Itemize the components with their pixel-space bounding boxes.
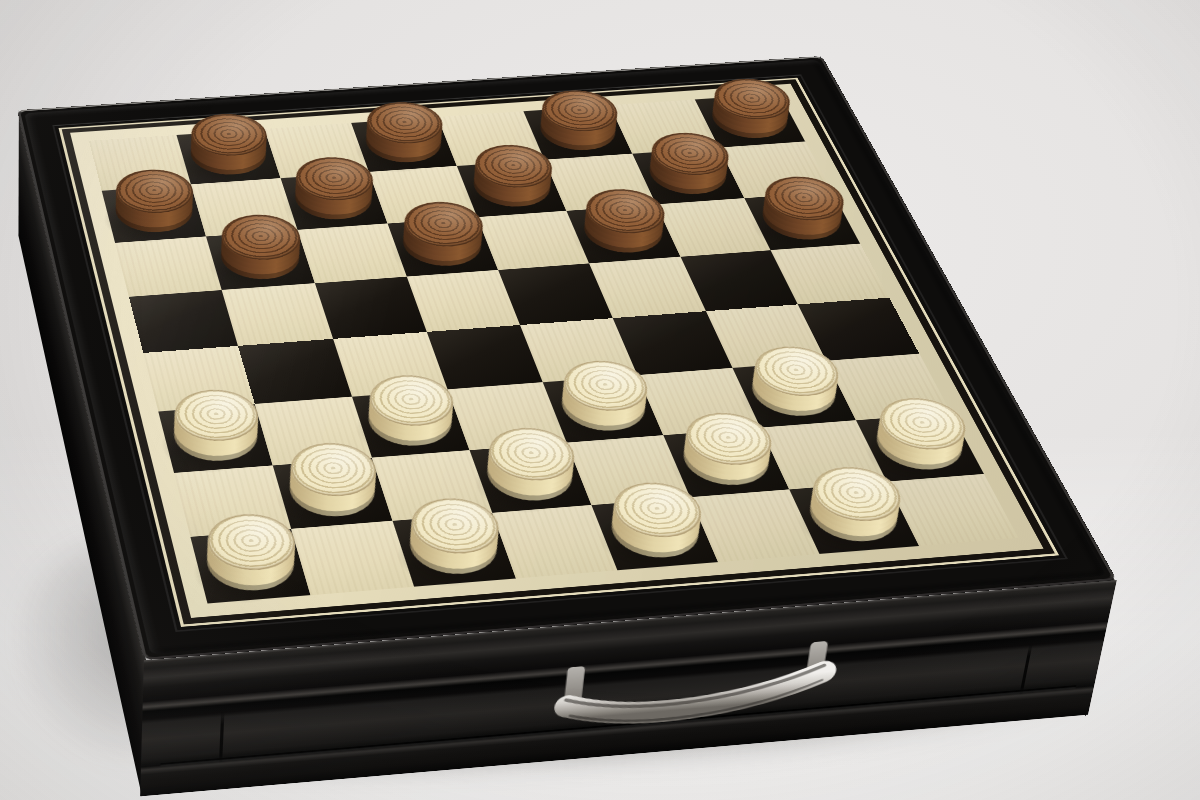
piece-top	[361, 100, 450, 146]
board-square[interactable]	[273, 457, 392, 528]
piece-side	[705, 86, 798, 131]
board-square[interactable]	[102, 185, 206, 243]
board-square[interactable]	[695, 94, 806, 148]
piece-shadow	[625, 154, 736, 210]
board-square[interactable]	[89, 135, 191, 191]
board-square[interactable]	[524, 105, 632, 160]
piece-side	[641, 149, 735, 196]
piece-side	[467, 147, 559, 195]
checker-piece-dark[interactable]	[532, 110, 623, 156]
board-square[interactable]	[613, 311, 732, 375]
piece-side	[754, 188, 852, 237]
piece-shadow	[449, 166, 558, 223]
board-square[interactable]	[477, 211, 589, 270]
checker-piece-dark[interactable]	[396, 222, 489, 272]
board-square[interactable]	[744, 192, 860, 250]
checker-piece-light[interactable]	[282, 463, 382, 523]
piece-side	[397, 204, 490, 254]
board-square[interactable]	[719, 142, 832, 198]
checker-piece-light[interactable]	[167, 410, 263, 468]
piece-side	[289, 174, 379, 222]
piece-shadow	[198, 236, 305, 296]
piece-side	[466, 161, 558, 209]
piece-shadow	[343, 123, 448, 178]
checker-piece-dark[interactable]	[289, 177, 379, 225]
board-square[interactable]	[732, 361, 856, 427]
board-square[interactable]	[222, 283, 333, 346]
board-square[interactable]	[632, 148, 744, 204]
piece-side	[705, 81, 798, 126]
checkers-board	[89, 94, 1018, 604]
board-square[interactable]	[437, 111, 544, 166]
piece-side	[185, 116, 272, 163]
piece-shadow	[516, 111, 624, 165]
board-square[interactable]	[591, 497, 718, 570]
piece-top	[578, 187, 674, 236]
board-square[interactable]	[280, 172, 387, 230]
piece-side	[754, 193, 852, 242]
piece-side	[467, 152, 559, 200]
piece-top	[216, 212, 307, 262]
piece-side	[360, 114, 449, 160]
piece-shadow	[688, 99, 798, 153]
piece-side	[577, 191, 673, 240]
board-square[interactable]	[314, 277, 426, 339]
board-square[interactable]	[387, 217, 498, 277]
board-square[interactable]	[206, 230, 314, 290]
board-square[interactable]	[190, 529, 310, 604]
piece-side	[577, 196, 673, 245]
drawer-left-seam	[219, 711, 225, 763]
piece-side	[534, 93, 625, 139]
checker-piece-light[interactable]	[799, 487, 908, 548]
piece-top	[290, 155, 380, 203]
piece-side	[642, 144, 736, 191]
board-square[interactable]	[609, 100, 719, 154]
checker-piece-dark[interactable]	[359, 121, 448, 167]
piece-top	[534, 88, 625, 134]
board-square[interactable]	[352, 390, 470, 458]
piece-side	[110, 186, 198, 235]
board-square[interactable]	[158, 404, 273, 473]
piece-shadow	[379, 223, 489, 282]
piece-side	[397, 214, 490, 264]
board-square[interactable]	[238, 339, 351, 404]
board-square[interactable]	[545, 154, 656, 211]
piece-side	[215, 217, 306, 267]
piece-side	[215, 222, 306, 272]
piece-side	[110, 172, 198, 221]
piece-top	[398, 199, 492, 249]
piece-shadow	[737, 198, 852, 256]
checker-piece-dark[interactable]	[110, 189, 198, 238]
checker-piece-dark[interactable]	[185, 133, 272, 180]
piece-side	[360, 104, 449, 150]
drawer-handle	[546, 638, 844, 743]
piece-side	[755, 184, 853, 233]
checker-piece-dark[interactable]	[753, 196, 850, 245]
checker-piece-dark[interactable]	[575, 209, 670, 259]
board-square[interactable]	[191, 178, 297, 236]
board-square[interactable]	[656, 198, 771, 257]
piece-side	[289, 169, 379, 217]
board-square[interactable]	[469, 442, 591, 512]
piece-side	[466, 157, 558, 205]
piece-side	[533, 102, 624, 148]
piece-top	[186, 112, 273, 158]
piece-shadow	[169, 135, 272, 190]
piece-side	[397, 209, 490, 259]
checker-piece-light[interactable]	[200, 535, 301, 598]
piece-side	[185, 130, 272, 177]
piece-top	[706, 76, 799, 121]
checker-piece-light[interactable]	[552, 381, 653, 437]
piece-side	[359, 118, 448, 164]
piece-side	[643, 135, 737, 182]
checker-piece-light[interactable]	[479, 448, 582, 507]
board-square[interactable]	[264, 123, 369, 178]
piece-side	[215, 231, 306, 282]
piece-side	[576, 201, 671, 250]
piece-side	[533, 97, 624, 143]
board-square[interactable]	[369, 166, 477, 223]
board-square[interactable]	[351, 117, 457, 172]
board-square[interactable]	[427, 325, 543, 390]
piece-side	[289, 164, 379, 212]
checker-piece-dark[interactable]	[703, 98, 796, 143]
piece-side	[110, 177, 198, 226]
piece-top	[643, 130, 738, 177]
checker-piece-dark[interactable]	[466, 164, 558, 212]
board-square[interactable]	[177, 129, 280, 185]
piece-side	[289, 159, 379, 207]
piece-side	[532, 107, 623, 153]
checker-piece-light[interactable]	[601, 503, 708, 564]
piece-side	[185, 121, 272, 168]
checker-piece-dark[interactable]	[215, 234, 306, 285]
board-square[interactable]	[663, 427, 788, 497]
piece-side	[756, 179, 854, 228]
board-square[interactable]	[115, 236, 222, 296]
board-square[interactable]	[770, 244, 889, 305]
piece-shadow	[93, 190, 197, 248]
piece-side	[215, 227, 306, 277]
board-square[interactable]	[406, 270, 520, 332]
board-square[interactable]	[589, 257, 705, 318]
piece-top	[110, 167, 198, 216]
board-square[interactable]	[457, 160, 567, 217]
piece-side	[110, 181, 198, 230]
board-square[interactable]	[543, 375, 664, 442]
checker-piece-light[interactable]	[361, 395, 460, 452]
drawer-right-seam	[1019, 644, 1032, 695]
piece-side	[704, 95, 797, 140]
piece-side	[576, 206, 671, 256]
piece-side	[396, 218, 489, 268]
board-square[interactable]	[680, 250, 798, 311]
board-square[interactable]	[498, 263, 613, 325]
piece-side	[642, 140, 736, 187]
piece-side	[185, 126, 272, 173]
board-square[interactable]	[129, 290, 238, 353]
piece-shadow	[272, 178, 378, 235]
photo-scene	[0, 0, 1200, 800]
board-square[interactable]	[567, 204, 680, 263]
piece-shadow	[559, 210, 672, 269]
box-lid	[17, 56, 1117, 660]
board-square[interactable]	[297, 223, 407, 283]
checker-piece-light[interactable]	[866, 418, 974, 476]
piece-side	[704, 90, 797, 135]
board-square[interactable]	[392, 513, 516, 587]
checker-piece-light[interactable]	[742, 366, 846, 422]
piece-side	[360, 109, 449, 155]
board-square[interactable]	[789, 482, 919, 554]
piece-top	[467, 142, 559, 190]
checker-piece-light[interactable]	[402, 519, 506, 581]
checker-piece-dark[interactable]	[641, 152, 735, 199]
game-box	[17, 56, 1117, 660]
piece-top	[756, 174, 854, 223]
checker-piece-light[interactable]	[673, 433, 778, 492]
